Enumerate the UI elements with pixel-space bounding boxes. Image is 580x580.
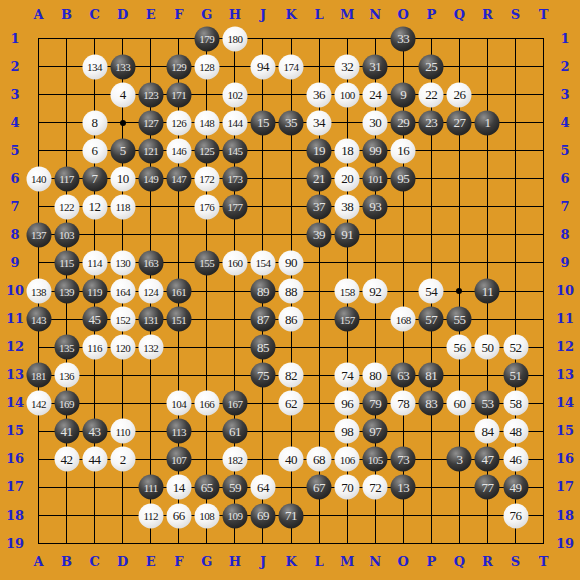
- stone-white-F5: 146: [166, 138, 191, 163]
- stone-black-L6: 21: [307, 166, 332, 191]
- col-label: A: [26, 554, 52, 570]
- stone-black-G9: 155: [194, 250, 219, 275]
- stone-black-R17: 77: [475, 475, 500, 500]
- row-label: 18: [2, 508, 28, 524]
- col-label: K: [278, 554, 304, 570]
- stone-white-F4: 126: [166, 110, 191, 135]
- stone-black-O17: 13: [391, 475, 416, 500]
- row-label: 10: [2, 283, 28, 299]
- stone-white-G18: 108: [194, 503, 219, 528]
- col-label: M: [334, 7, 360, 23]
- row-label: 4: [2, 115, 28, 131]
- row-label: 6: [2, 171, 28, 187]
- col-label: L: [306, 7, 332, 23]
- stone-black-L5: 19: [307, 138, 332, 163]
- stone-black-R14: 53: [475, 391, 500, 416]
- col-label: K: [278, 7, 304, 23]
- stone-black-G5: 125: [194, 138, 219, 163]
- stone-white-M15: 98: [335, 419, 360, 444]
- stone-white-P10: 54: [419, 279, 444, 304]
- row-label: 12: [552, 339, 578, 355]
- row-label: 4: [552, 115, 578, 131]
- col-label: N: [362, 554, 388, 570]
- stone-white-N17: 72: [363, 475, 388, 500]
- stone-black-Q4: 27: [447, 110, 472, 135]
- stone-black-P14: 83: [419, 391, 444, 416]
- col-label: F: [166, 554, 192, 570]
- stone-black-J12: 85: [250, 335, 275, 360]
- stone-black-O16: 73: [391, 447, 416, 472]
- col-label: L: [306, 554, 332, 570]
- row-label: 11: [2, 311, 28, 327]
- stone-white-L16: 68: [307, 447, 332, 472]
- stone-white-K14: 62: [279, 391, 304, 416]
- stone-white-N3: 24: [363, 82, 388, 107]
- stone-white-M6: 20: [335, 166, 360, 191]
- stone-black-B9: 115: [54, 250, 79, 275]
- row-label: 12: [2, 339, 28, 355]
- stone-black-B10: 139: [54, 279, 79, 304]
- stone-white-H4: 144: [222, 110, 247, 135]
- stone-white-D9: 130: [110, 250, 135, 275]
- stone-white-S15: 48: [503, 419, 528, 444]
- row-label: 14: [552, 395, 578, 411]
- row-label: 9: [2, 255, 28, 271]
- stone-white-S18: 76: [503, 503, 528, 528]
- row-label: 18: [552, 508, 578, 524]
- stone-white-M13: 74: [335, 363, 360, 388]
- stone-white-H16: 182: [222, 447, 247, 472]
- col-label: G: [194, 554, 220, 570]
- row-label: 13: [2, 367, 28, 383]
- row-label: 14: [2, 395, 28, 411]
- stone-white-D7: 118: [110, 194, 135, 219]
- stone-black-B6: 117: [54, 166, 79, 191]
- stone-white-J17: 64: [250, 475, 275, 500]
- row-label: 15: [2, 423, 28, 439]
- stone-black-S13: 51: [503, 363, 528, 388]
- col-label: D: [110, 554, 136, 570]
- stone-white-G6: 172: [194, 166, 219, 191]
- stone-black-H7: 177: [222, 194, 247, 219]
- stone-white-D15: 110: [110, 419, 135, 444]
- stone-black-G17: 65: [194, 475, 219, 500]
- col-label: A: [26, 7, 52, 23]
- stone-white-K13: 82: [279, 363, 304, 388]
- col-label: C: [82, 7, 108, 23]
- stone-white-R15: 84: [475, 419, 500, 444]
- col-label: C: [82, 554, 108, 570]
- col-label: T: [531, 7, 557, 23]
- stone-white-D10: 164: [110, 279, 135, 304]
- col-label: Q: [446, 7, 472, 23]
- stone-black-G1: 179: [194, 26, 219, 51]
- stone-black-P11: 57: [419, 307, 444, 332]
- stone-white-G7: 176: [194, 194, 219, 219]
- stone-black-J11: 87: [250, 307, 275, 332]
- stone-white-A10: 138: [26, 279, 51, 304]
- stone-white-G14: 166: [194, 391, 219, 416]
- stone-white-S14: 58: [503, 391, 528, 416]
- stone-black-E17: 111: [138, 475, 163, 500]
- stone-black-E11: 131: [138, 307, 163, 332]
- stone-black-L17: 67: [307, 475, 332, 500]
- stone-white-E18: 112: [138, 503, 163, 528]
- stone-white-N10: 92: [363, 279, 388, 304]
- stone-black-E5: 121: [138, 138, 163, 163]
- stone-white-A14: 142: [26, 391, 51, 416]
- stone-white-D11: 152: [110, 307, 135, 332]
- col-label: P: [418, 554, 444, 570]
- stone-black-A13: 181: [26, 363, 51, 388]
- col-label: G: [194, 7, 220, 23]
- stone-black-N14: 79: [363, 391, 388, 416]
- stone-white-B7: 122: [54, 194, 79, 219]
- stone-black-E4: 127: [138, 110, 163, 135]
- stone-black-O3: 9: [391, 82, 416, 107]
- stone-black-C6: 7: [82, 166, 107, 191]
- stone-white-S12: 52: [503, 335, 528, 360]
- row-label: 15: [552, 423, 578, 439]
- stone-black-H17: 59: [222, 475, 247, 500]
- go-board-diagram: ABCDEFGHJKLMNOPQRST ABCDEFGHJKLMNOPQRST …: [0, 0, 580, 580]
- stone-black-L8: 39: [307, 222, 332, 247]
- stone-black-J4: 15: [250, 110, 275, 135]
- stone-black-N2: 31: [363, 54, 388, 79]
- stone-white-D12: 120: [110, 335, 135, 360]
- stone-white-D3: 4: [110, 82, 135, 107]
- stone-white-E10: 124: [138, 279, 163, 304]
- stone-white-M17: 70: [335, 475, 360, 500]
- col-label: O: [390, 7, 416, 23]
- stone-white-O14: 78: [391, 391, 416, 416]
- row-label: 19: [552, 536, 578, 552]
- stone-white-P3: 22: [419, 82, 444, 107]
- stone-black-O4: 29: [391, 110, 416, 135]
- stone-white-M2: 32: [335, 54, 360, 79]
- row-label: 11: [552, 311, 578, 327]
- stone-black-B15: 41: [54, 419, 79, 444]
- stone-black-O1: 33: [391, 26, 416, 51]
- stone-black-F6: 147: [166, 166, 191, 191]
- stone-white-C4: 8: [82, 110, 107, 135]
- stone-white-H3: 102: [222, 82, 247, 107]
- col-label: F: [166, 7, 192, 23]
- row-label: 1: [2, 31, 28, 47]
- col-label: T: [531, 554, 557, 570]
- stone-black-Q16: 3: [447, 447, 472, 472]
- col-label: P: [418, 7, 444, 23]
- stone-white-C2: 134: [82, 54, 107, 79]
- stone-black-P4: 23: [419, 110, 444, 135]
- stone-black-H18: 109: [222, 503, 247, 528]
- stone-black-B12: 135: [54, 335, 79, 360]
- stone-white-K16: 40: [279, 447, 304, 472]
- stone-white-G4: 148: [194, 110, 219, 135]
- stone-black-F10: 161: [166, 279, 191, 304]
- stone-black-K4: 35: [279, 110, 304, 135]
- stone-white-C12: 116: [82, 335, 107, 360]
- stone-black-N15: 97: [363, 419, 388, 444]
- stone-white-K2: 174: [279, 54, 304, 79]
- row-label: 17: [552, 479, 578, 495]
- row-label: 17: [2, 479, 28, 495]
- stone-white-G2: 128: [194, 54, 219, 79]
- row-label: 8: [552, 227, 578, 243]
- col-label: H: [222, 7, 248, 23]
- col-label: J: [250, 7, 276, 23]
- col-label: B: [54, 7, 80, 23]
- star-point: [120, 120, 126, 126]
- stone-black-M8: 91: [335, 222, 360, 247]
- col-label: B: [54, 554, 80, 570]
- stone-black-N7: 93: [363, 194, 388, 219]
- stone-white-C7: 12: [82, 194, 107, 219]
- row-label: 16: [552, 451, 578, 467]
- row-label: 16: [2, 451, 28, 467]
- stone-white-J9: 154: [250, 250, 275, 275]
- stone-white-D16: 2: [110, 447, 135, 472]
- stone-white-M16: 106: [335, 447, 360, 472]
- col-label: J: [250, 554, 276, 570]
- row-label: 5: [552, 143, 578, 159]
- star-point: [456, 288, 462, 294]
- col-label: M: [334, 554, 360, 570]
- stone-black-C15: 43: [82, 419, 107, 444]
- col-label: R: [474, 7, 500, 23]
- stone-black-B14: 169: [54, 391, 79, 416]
- stone-white-S16: 46: [503, 447, 528, 472]
- stone-white-H1: 180: [222, 26, 247, 51]
- stone-black-M11: 157: [335, 307, 360, 332]
- stone-black-F11: 151: [166, 307, 191, 332]
- stone-white-L4: 34: [307, 110, 332, 135]
- stone-black-F2: 129: [166, 54, 191, 79]
- row-label: 10: [552, 283, 578, 299]
- row-label: 1: [552, 31, 578, 47]
- col-label: R: [474, 554, 500, 570]
- stone-black-R16: 47: [475, 447, 500, 472]
- stone-black-F16: 107: [166, 447, 191, 472]
- stone-white-C9: 114: [82, 250, 107, 275]
- stone-white-D6: 10: [110, 166, 135, 191]
- stone-black-A8: 137: [26, 222, 51, 247]
- stone-white-C5: 6: [82, 138, 107, 163]
- stone-white-E12: 132: [138, 335, 163, 360]
- stone-black-H15: 61: [222, 419, 247, 444]
- stone-white-F18: 66: [166, 503, 191, 528]
- col-label: E: [138, 7, 164, 23]
- stone-white-H9: 160: [222, 250, 247, 275]
- stone-black-D5: 5: [110, 138, 135, 163]
- stone-white-M7: 38: [335, 194, 360, 219]
- row-label: 2: [2, 59, 28, 75]
- stone-black-C11: 45: [82, 307, 107, 332]
- stone-white-N4: 30: [363, 110, 388, 135]
- row-label: 3: [2, 87, 28, 103]
- row-label: 2: [552, 59, 578, 75]
- col-label: O: [390, 554, 416, 570]
- stone-white-M5: 18: [335, 138, 360, 163]
- stone-black-E6: 149: [138, 166, 163, 191]
- stone-white-F14: 104: [166, 391, 191, 416]
- stone-white-M3: 100: [335, 82, 360, 107]
- stone-black-H5: 145: [222, 138, 247, 163]
- row-label: 8: [2, 227, 28, 243]
- stone-black-E9: 163: [138, 250, 163, 275]
- stone-black-F3: 171: [166, 82, 191, 107]
- row-label: 5: [2, 143, 28, 159]
- row-label: 7: [2, 199, 28, 215]
- stone-black-P13: 81: [419, 363, 444, 388]
- stone-black-N16: 105: [363, 447, 388, 472]
- stone-white-K9: 90: [279, 250, 304, 275]
- stone-black-Q11: 55: [447, 307, 472, 332]
- stone-white-Q12: 56: [447, 335, 472, 360]
- row-label: 9: [552, 255, 578, 271]
- stone-black-K18: 71: [279, 503, 304, 528]
- stone-white-M10: 158: [335, 279, 360, 304]
- row-label: 3: [552, 87, 578, 103]
- stone-black-J10: 89: [250, 279, 275, 304]
- stone-white-O11: 168: [391, 307, 416, 332]
- col-label: S: [503, 554, 529, 570]
- stone-black-N6: 101: [363, 166, 388, 191]
- col-label: H: [222, 554, 248, 570]
- col-label: D: [110, 7, 136, 23]
- stone-white-Q14: 60: [447, 391, 472, 416]
- stone-black-N5: 99: [363, 138, 388, 163]
- stone-white-F17: 14: [166, 475, 191, 500]
- col-label: N: [362, 7, 388, 23]
- col-label: S: [503, 7, 529, 23]
- stone-white-A6: 140: [26, 166, 51, 191]
- stone-white-J2: 94: [250, 54, 275, 79]
- stone-black-L7: 37: [307, 194, 332, 219]
- stone-black-E3: 123: [138, 82, 163, 107]
- stone-black-O13: 63: [391, 363, 416, 388]
- stone-black-J13: 75: [250, 363, 275, 388]
- stone-white-B16: 42: [54, 447, 79, 472]
- stone-white-O5: 16: [391, 138, 416, 163]
- stone-white-N13: 80: [363, 363, 388, 388]
- stone-black-R10: 11: [475, 279, 500, 304]
- stone-black-J18: 69: [250, 503, 275, 528]
- stone-black-F15: 113: [166, 419, 191, 444]
- stone-white-K11: 86: [279, 307, 304, 332]
- col-label: E: [138, 554, 164, 570]
- stone-black-H6: 173: [222, 166, 247, 191]
- stone-white-K10: 88: [279, 279, 304, 304]
- stone-black-H14: 167: [222, 391, 247, 416]
- stone-white-R12: 50: [475, 335, 500, 360]
- stone-black-D2: 133: [110, 54, 135, 79]
- col-label: Q: [446, 554, 472, 570]
- stone-white-B13: 136: [54, 363, 79, 388]
- stone-black-C10: 119: [82, 279, 107, 304]
- stone-black-R4: 1: [475, 110, 500, 135]
- stone-black-S17: 49: [503, 475, 528, 500]
- stone-white-Q3: 26: [447, 82, 472, 107]
- stone-black-B8: 103: [54, 222, 79, 247]
- row-label: 7: [552, 199, 578, 215]
- row-label: 6: [552, 171, 578, 187]
- stone-black-O6: 95: [391, 166, 416, 191]
- stone-black-P2: 25: [419, 54, 444, 79]
- stone-white-M14: 96: [335, 391, 360, 416]
- row-label: 13: [552, 367, 578, 383]
- stone-white-C16: 44: [82, 447, 107, 472]
- stone-white-L3: 36: [307, 82, 332, 107]
- row-label: 19: [2, 536, 28, 552]
- stone-black-A11: 143: [26, 307, 51, 332]
